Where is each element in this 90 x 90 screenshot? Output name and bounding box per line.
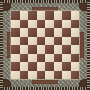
board-square-g8[interactable] (62, 11, 71, 20)
board-square-e1[interactable] (45, 71, 54, 80)
board-square-g6[interactable] (62, 28, 71, 37)
outer-tick-border-right (87, 0, 90, 90)
board-square-e3[interactable] (45, 54, 54, 63)
board-square-c2[interactable] (28, 62, 37, 71)
board-square-h3[interactable] (71, 54, 80, 63)
chessboard-photo (0, 0, 90, 90)
board-square-e7[interactable] (45, 20, 54, 29)
board-square-a5[interactable] (11, 37, 20, 46)
board-square-d2[interactable] (37, 62, 46, 71)
board-square-d6[interactable] (37, 28, 46, 37)
board-square-h5[interactable] (71, 37, 80, 46)
board-square-b4[interactable] (20, 45, 29, 54)
board-square-a2[interactable] (11, 62, 20, 71)
board-square-a6[interactable] (11, 28, 20, 37)
board-square-h2[interactable] (71, 62, 80, 71)
board-square-f2[interactable] (54, 62, 63, 71)
outer-tick-border-top (0, 0, 90, 3)
board-square-a7[interactable] (11, 20, 20, 29)
board-square-f1[interactable] (54, 71, 63, 80)
board-square-b2[interactable] (20, 62, 29, 71)
board-square-e6[interactable] (45, 28, 54, 37)
board-square-e4[interactable] (45, 45, 54, 54)
board-square-a1[interactable] (11, 71, 20, 80)
board-square-b8[interactable] (20, 11, 29, 20)
board-square-h8[interactable] (71, 11, 80, 20)
board-square-d4[interactable] (37, 45, 46, 54)
board-square-f8[interactable] (54, 11, 63, 20)
board-square-h4[interactable] (71, 45, 80, 54)
board-square-b1[interactable] (20, 71, 29, 80)
board-square-g5[interactable] (62, 37, 71, 46)
edge-inlay-bar-bottom (32, 80, 58, 84)
board-square-g2[interactable] (62, 62, 71, 71)
board-square-g3[interactable] (62, 54, 71, 63)
board-square-g4[interactable] (62, 45, 71, 54)
board-square-c6[interactable] (28, 28, 37, 37)
board-square-c3[interactable] (28, 54, 37, 63)
board-square-f3[interactable] (54, 54, 63, 63)
board-square-e2[interactable] (45, 62, 54, 71)
board-square-c1[interactable] (28, 71, 37, 80)
board-square-a8[interactable] (11, 11, 20, 20)
board-square-d3[interactable] (37, 54, 46, 63)
board-square-g7[interactable] (62, 20, 71, 29)
board-square-e5[interactable] (45, 37, 54, 46)
board-square-b6[interactable] (20, 28, 29, 37)
edge-inlay-bar-top (32, 7, 58, 11)
board-square-f7[interactable] (54, 20, 63, 29)
edge-inlay-bar-right (80, 32, 84, 58)
board-square-f6[interactable] (54, 28, 63, 37)
board-square-f5[interactable] (54, 37, 63, 46)
board-square-d5[interactable] (37, 37, 46, 46)
board-square-f4[interactable] (54, 45, 63, 54)
board-square-b5[interactable] (20, 37, 29, 46)
board-square-b7[interactable] (20, 20, 29, 29)
chess-board (11, 11, 79, 79)
outer-tick-border-bottom (0, 87, 90, 90)
board-square-h7[interactable] (71, 20, 80, 29)
board-square-a4[interactable] (11, 45, 20, 54)
board-square-h6[interactable] (71, 28, 80, 37)
board-square-c7[interactable] (28, 20, 37, 29)
board-square-b3[interactable] (20, 54, 29, 63)
board-square-g1[interactable] (62, 71, 71, 80)
board-square-d1[interactable] (37, 71, 46, 80)
board-square-c8[interactable] (28, 11, 37, 20)
outer-tick-border-left (0, 0, 3, 90)
board-square-c5[interactable] (28, 37, 37, 46)
edge-inlay-bar-left (7, 32, 11, 58)
board-square-c4[interactable] (28, 45, 37, 54)
board-square-e8[interactable] (45, 11, 54, 20)
board-square-d7[interactable] (37, 20, 46, 29)
board-square-h1[interactable] (71, 71, 80, 80)
board-square-d8[interactable] (37, 11, 46, 20)
board-square-a3[interactable] (11, 54, 20, 63)
